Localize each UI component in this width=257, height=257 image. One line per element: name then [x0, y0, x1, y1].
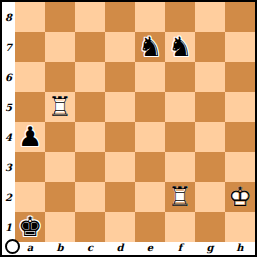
- piece-black-knight[interactable]: ♞: [165, 32, 195, 62]
- square-a1[interactable]: ♚: [15, 212, 45, 242]
- square-e4[interactable]: [135, 122, 165, 152]
- square-c7[interactable]: [75, 32, 105, 62]
- square-f1[interactable]: [165, 212, 195, 242]
- square-b2[interactable]: [45, 182, 75, 212]
- square-d5[interactable]: [105, 92, 135, 122]
- square-g5[interactable]: [195, 92, 225, 122]
- square-c1[interactable]: [75, 212, 105, 242]
- square-d3[interactable]: [105, 152, 135, 182]
- square-e2[interactable]: [135, 182, 165, 212]
- rank-label-5: 5: [2, 92, 15, 122]
- square-a2[interactable]: [15, 182, 45, 212]
- square-d4[interactable]: [105, 122, 135, 152]
- square-h4[interactable]: [225, 122, 255, 152]
- file-label-e: e: [135, 242, 165, 255]
- file-label-c: c: [75, 242, 105, 255]
- rank-label-7: 7: [2, 32, 15, 62]
- square-b4[interactable]: [45, 122, 75, 152]
- square-c6[interactable]: [75, 62, 105, 92]
- square-b1[interactable]: [45, 212, 75, 242]
- square-h1[interactable]: [225, 212, 255, 242]
- square-e3[interactable]: [135, 152, 165, 182]
- piece-black-knight[interactable]: ♞: [135, 32, 165, 62]
- square-h7[interactable]: [225, 32, 255, 62]
- file-label-d: d: [105, 242, 135, 255]
- square-a4[interactable]: ♟: [15, 122, 45, 152]
- square-f3[interactable]: [165, 152, 195, 182]
- square-b6[interactable]: [45, 62, 75, 92]
- square-a6[interactable]: [15, 62, 45, 92]
- file-label-f: f: [165, 242, 195, 255]
- square-c3[interactable]: [75, 152, 105, 182]
- square-h3[interactable]: [225, 152, 255, 182]
- square-c5[interactable]: [75, 92, 105, 122]
- square-h5[interactable]: [225, 92, 255, 122]
- square-f7[interactable]: ♞: [165, 32, 195, 62]
- square-g6[interactable]: [195, 62, 225, 92]
- square-b3[interactable]: [45, 152, 75, 182]
- square-b8[interactable]: [45, 2, 75, 32]
- rank-label-3: 3: [2, 152, 15, 182]
- square-d1[interactable]: [105, 212, 135, 242]
- square-f8[interactable]: [165, 2, 195, 32]
- white-rook-outline-layer: ♖: [45, 92, 75, 122]
- square-c4[interactable]: [75, 122, 105, 152]
- piece-white-rook[interactable]: ♜♖: [165, 182, 195, 212]
- square-e5[interactable]: [135, 92, 165, 122]
- square-d6[interactable]: [105, 62, 135, 92]
- rank-label-1: 1: [2, 212, 15, 242]
- square-g2[interactable]: [195, 182, 225, 212]
- square-a3[interactable]: [15, 152, 45, 182]
- white-rook-outline-layer: ♖: [165, 182, 195, 212]
- square-g8[interactable]: [195, 2, 225, 32]
- rank-label-2: 2: [2, 182, 15, 212]
- white-king-outline-layer: ♔: [225, 182, 255, 212]
- square-d7[interactable]: [105, 32, 135, 62]
- square-h2[interactable]: ♚♔: [225, 182, 255, 212]
- square-f6[interactable]: [165, 62, 195, 92]
- square-d2[interactable]: [105, 182, 135, 212]
- square-g7[interactable]: [195, 32, 225, 62]
- square-d8[interactable]: [105, 2, 135, 32]
- square-f4[interactable]: [165, 122, 195, 152]
- file-label-b: b: [45, 242, 75, 255]
- square-a8[interactable]: [15, 2, 45, 32]
- piece-white-rook[interactable]: ♜♖: [45, 92, 75, 122]
- square-a7[interactable]: [15, 32, 45, 62]
- piece-white-king[interactable]: ♚♔: [225, 182, 255, 212]
- square-b7[interactable]: [45, 32, 75, 62]
- file-label-g: g: [195, 242, 225, 255]
- file-labels: abcdefgh: [15, 242, 255, 255]
- square-e6[interactable]: [135, 62, 165, 92]
- diagram-inner: ♞♞♜♖♟♜♖♚♔♚ 87654321 abcdefgh: [2, 2, 255, 255]
- square-b5[interactable]: ♜♖: [45, 92, 75, 122]
- rank-label-4: 4: [2, 122, 15, 152]
- rank-labels: 87654321: [2, 2, 15, 242]
- square-g4[interactable]: [195, 122, 225, 152]
- square-h8[interactable]: [225, 2, 255, 32]
- square-a5[interactable]: [15, 92, 45, 122]
- piece-black-pawn[interactable]: ♟: [15, 122, 45, 152]
- square-e7[interactable]: ♞: [135, 32, 165, 62]
- square-c8[interactable]: [75, 2, 105, 32]
- file-label-h: h: [225, 242, 255, 255]
- square-g1[interactable]: [195, 212, 225, 242]
- square-e8[interactable]: [135, 2, 165, 32]
- piece-black-king[interactable]: ♚: [15, 212, 45, 242]
- square-g3[interactable]: [195, 152, 225, 182]
- square-h6[interactable]: [225, 62, 255, 92]
- square-f5[interactable]: [165, 92, 195, 122]
- square-c2[interactable]: [75, 182, 105, 212]
- chess-board: ♞♞♜♖♟♜♖♚♔♚: [15, 2, 255, 242]
- square-f2[interactable]: ♜♖: [165, 182, 195, 212]
- side-to-move-indicator: [5, 239, 20, 254]
- square-e1[interactable]: [135, 212, 165, 242]
- chess-diagram: ♞♞♜♖♟♜♖♚♔♚ 87654321 abcdefgh: [0, 0, 257, 257]
- rank-label-6: 6: [2, 62, 15, 92]
- rank-label-8: 8: [2, 2, 15, 32]
